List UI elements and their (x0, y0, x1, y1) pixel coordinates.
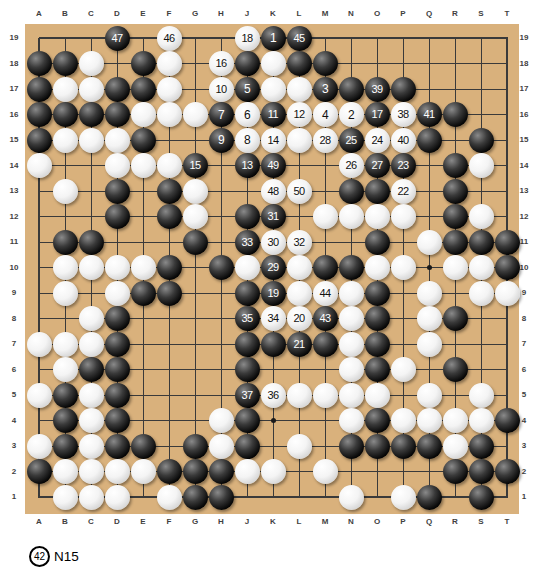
white-stone (131, 102, 156, 127)
coord-label-right: 12 (514, 212, 534, 222)
move-number: 7 (218, 109, 224, 121)
move-number: 4 (322, 109, 328, 121)
white-stone (53, 179, 78, 204)
white-stone (443, 434, 468, 459)
black-stone: 7 (209, 102, 234, 127)
black-stone (365, 281, 390, 306)
black-stone (443, 459, 468, 484)
black-stone (209, 459, 234, 484)
black-stone (183, 485, 208, 510)
black-stone (469, 128, 494, 153)
white-stone (79, 51, 104, 76)
white-stone: 22 (391, 179, 416, 204)
white-stone (417, 383, 442, 408)
black-stone (79, 230, 104, 255)
black-stone (495, 459, 520, 484)
black-stone (53, 51, 78, 76)
coord-label-top: A (29, 9, 49, 19)
coord-label-right: 1 (514, 492, 534, 502)
coord-label-bottom: B (55, 517, 75, 527)
white-stone (391, 408, 416, 433)
white-stone (79, 77, 104, 102)
white-stone (339, 383, 364, 408)
black-stone: 23 (391, 153, 416, 178)
coord-label-right: 7 (514, 339, 534, 349)
coord-label-right: 15 (514, 135, 534, 145)
white-stone: 28 (313, 128, 338, 153)
black-stone (157, 281, 182, 306)
white-stone: 46 (157, 26, 182, 51)
black-stone (495, 255, 520, 280)
move-number: 24 (371, 135, 382, 146)
white-stone (261, 51, 286, 76)
coord-label-top: N (341, 9, 361, 19)
black-stone (105, 204, 130, 229)
coord-label-left: 14 (4, 161, 24, 171)
black-stone (365, 434, 390, 459)
white-stone (79, 332, 104, 357)
black-stone (417, 434, 442, 459)
white-stone (365, 255, 390, 280)
black-stone: 33 (235, 230, 260, 255)
black-stone (131, 434, 156, 459)
black-stone: 37 (235, 383, 260, 408)
coord-label-bottom: A (29, 517, 49, 527)
white-stone: 24 (365, 128, 390, 153)
white-stone (79, 128, 104, 153)
black-stone (313, 332, 338, 357)
white-stone (417, 230, 442, 255)
white-stone (131, 459, 156, 484)
move-number: 31 (267, 211, 278, 222)
coord-label-bottom: Q (419, 517, 439, 527)
coord-label-right: 8 (514, 314, 534, 324)
white-stone (261, 77, 286, 102)
white-stone (79, 485, 104, 510)
move-number: 18 (241, 33, 252, 44)
white-stone (53, 485, 78, 510)
white-stone (365, 204, 390, 229)
move-number: 11 (268, 109, 278, 120)
black-stone: 1 (261, 26, 286, 51)
black-stone (495, 230, 520, 255)
black-stone (27, 102, 52, 127)
coord-label-bottom: G (185, 517, 205, 527)
black-stone (79, 102, 104, 127)
black-stone (469, 230, 494, 255)
move-number: 3 (322, 83, 328, 95)
move-number: 41 (423, 109, 434, 120)
black-stone (235, 357, 260, 382)
black-stone: 9 (209, 128, 234, 153)
white-stone (27, 383, 52, 408)
coord-label-top: Q (419, 9, 439, 19)
white-stone: 12 (287, 102, 312, 127)
white-stone (131, 255, 156, 280)
move-number: 32 (293, 237, 304, 248)
caption-location: N15 (54, 549, 79, 564)
coord-label-left: 4 (4, 416, 24, 426)
coord-label-bottom: L (289, 517, 309, 527)
white-stone (27, 332, 52, 357)
move-number: 15 (189, 160, 200, 171)
white-stone (79, 434, 104, 459)
coord-label-bottom: S (471, 517, 491, 527)
move-number: 22 (397, 186, 408, 197)
coord-label-top: B (55, 9, 75, 19)
move-number: 43 (319, 313, 330, 324)
white-stone (469, 255, 494, 280)
white-stone (313, 383, 338, 408)
black-stone (157, 255, 182, 280)
white-stone (417, 332, 442, 357)
white-stone (339, 281, 364, 306)
black-stone (131, 281, 156, 306)
coord-label-left: 3 (4, 441, 24, 451)
black-stone (131, 77, 156, 102)
black-stone (365, 306, 390, 331)
coord-label-right: 3 (514, 441, 534, 451)
coord-label-bottom: H (211, 517, 231, 527)
coord-label-top: C (81, 9, 101, 19)
white-stone (53, 357, 78, 382)
white-stone: 36 (261, 383, 286, 408)
white-stone (261, 459, 286, 484)
white-stone: 18 (235, 26, 260, 51)
white-stone: 44 (313, 281, 338, 306)
black-stone (469, 485, 494, 510)
coord-label-top: L (289, 9, 309, 19)
white-stone (469, 281, 494, 306)
coord-label-left: 9 (4, 288, 24, 298)
black-stone (365, 230, 390, 255)
white-stone (443, 408, 468, 433)
white-stone (183, 179, 208, 204)
black-stone: 35 (235, 306, 260, 331)
black-stone (79, 357, 104, 382)
white-stone (79, 255, 104, 280)
move-number: 5 (244, 83, 250, 95)
move-number: 23 (397, 160, 408, 171)
black-stone: 13 (235, 153, 260, 178)
black-stone (417, 485, 442, 510)
white-stone: 20 (287, 306, 312, 331)
coord-label-bottom: T (497, 517, 517, 527)
move-number: 37 (241, 390, 252, 401)
coord-label-left: 13 (4, 186, 24, 196)
black-stone (339, 77, 364, 102)
black-stone (27, 77, 52, 102)
black-stone (53, 230, 78, 255)
white-stone (235, 459, 260, 484)
move-number: 20 (293, 313, 304, 324)
white-stone (287, 281, 312, 306)
black-stone (443, 204, 468, 229)
white-stone (79, 383, 104, 408)
move-number: 48 (267, 186, 278, 197)
black-stone (235, 332, 260, 357)
black-stone (105, 306, 130, 331)
black-stone (27, 459, 52, 484)
black-stone (53, 383, 78, 408)
black-stone (339, 434, 364, 459)
white-stone: 40 (391, 128, 416, 153)
white-stone (339, 332, 364, 357)
black-stone: 17 (365, 102, 390, 127)
coord-label-top: O (367, 9, 387, 19)
white-stone (79, 306, 104, 331)
black-stone: 45 (287, 26, 312, 51)
move-number: 34 (267, 313, 278, 324)
coord-label-bottom: M (315, 517, 335, 527)
black-stone (443, 357, 468, 382)
move-number: 21 (293, 339, 304, 350)
white-stone (313, 204, 338, 229)
coord-label-right: 13 (514, 186, 534, 196)
black-stone (443, 102, 468, 127)
black-stone (209, 485, 234, 510)
white-stone (287, 128, 312, 153)
coord-label-right: 14 (514, 161, 534, 171)
white-stone (443, 255, 468, 280)
coord-label-left: 19 (4, 33, 24, 43)
white-stone (53, 128, 78, 153)
black-stone (365, 332, 390, 357)
black-stone (469, 434, 494, 459)
star-point (427, 265, 432, 270)
black-stone (209, 255, 234, 280)
white-stone: 38 (391, 102, 416, 127)
move-number: 28 (319, 135, 330, 146)
move-number: 19 (267, 288, 278, 299)
coord-label-right: 16 (514, 110, 534, 120)
white-stone (391, 204, 416, 229)
black-stone (53, 434, 78, 459)
coord-label-left: 16 (4, 110, 24, 120)
white-stone (157, 51, 182, 76)
coord-label-right: 6 (514, 365, 534, 375)
caption-white-stone-icon: 42 (29, 546, 50, 567)
white-stone (105, 459, 130, 484)
move-number: 35 (241, 313, 252, 324)
white-stone (105, 281, 130, 306)
white-stone (417, 281, 442, 306)
white-stone (53, 77, 78, 102)
coord-label-left: 2 (4, 467, 24, 477)
white-stone (339, 485, 364, 510)
white-stone (27, 153, 52, 178)
black-stone (27, 128, 52, 153)
coord-label-right: 19 (514, 33, 534, 43)
coord-label-right: 5 (514, 390, 534, 400)
black-stone (105, 332, 130, 357)
move-number: 25 (345, 135, 356, 146)
white-stone (209, 408, 234, 433)
black-stone (131, 128, 156, 153)
black-stone: 31 (261, 204, 286, 229)
white-stone (157, 153, 182, 178)
move-number: 26 (345, 160, 356, 171)
white-stone (339, 204, 364, 229)
go-diagram: 42 N15 AA1919BB1818CC1717DD1616EE1515FF1… (0, 0, 540, 578)
black-stone: 11 (261, 102, 286, 127)
white-stone (183, 102, 208, 127)
white-stone (469, 153, 494, 178)
white-stone (287, 255, 312, 280)
black-stone (157, 459, 182, 484)
black-stone (105, 102, 130, 127)
coord-label-right: 18 (514, 59, 534, 69)
move-number: 10 (215, 84, 226, 95)
white-stone (79, 459, 104, 484)
coord-label-bottom: P (393, 517, 413, 527)
white-stone (287, 383, 312, 408)
white-stone (105, 255, 130, 280)
white-stone: 14 (261, 128, 286, 153)
black-stone (105, 383, 130, 408)
coord-label-top: J (237, 9, 257, 19)
black-stone: 39 (365, 77, 390, 102)
coord-label-top: R (445, 9, 465, 19)
white-stone (469, 408, 494, 433)
black-stone (105, 434, 130, 459)
white-stone (339, 357, 364, 382)
move-number: 46 (163, 33, 174, 44)
move-number: 40 (397, 135, 408, 146)
move-number: 38 (397, 109, 408, 120)
move-number: 2 (348, 109, 354, 121)
coord-label-left: 7 (4, 339, 24, 349)
coord-label-bottom: K (263, 517, 283, 527)
white-stone (53, 281, 78, 306)
white-stone (339, 408, 364, 433)
coord-label-top: S (471, 9, 491, 19)
white-stone (105, 128, 130, 153)
move-number: 47 (111, 33, 122, 44)
black-stone (157, 179, 182, 204)
black-stone (235, 281, 260, 306)
white-stone (157, 485, 182, 510)
coord-label-top: E (133, 9, 153, 19)
coord-label-bottom: E (133, 517, 153, 527)
coord-label-left: 18 (4, 59, 24, 69)
white-stone (27, 434, 52, 459)
coord-label-left: 1 (4, 492, 24, 502)
white-stone (391, 357, 416, 382)
black-stone (365, 179, 390, 204)
coord-label-left: 5 (4, 390, 24, 400)
black-stone (53, 102, 78, 127)
black-stone: 21 (287, 332, 312, 357)
coord-label-bottom: R (445, 517, 465, 527)
black-stone (183, 230, 208, 255)
coord-label-bottom: J (237, 517, 257, 527)
black-stone (183, 434, 208, 459)
black-stone (339, 179, 364, 204)
caption-move-number: 42 (34, 551, 45, 562)
coord-label-bottom: D (107, 517, 127, 527)
coord-label-top: P (393, 9, 413, 19)
move-number: 49 (267, 160, 278, 171)
move-number: 6 (244, 109, 250, 121)
coord-label-left: 6 (4, 365, 24, 375)
black-stone (261, 332, 286, 357)
black-stone (365, 357, 390, 382)
white-stone (391, 255, 416, 280)
black-stone (443, 153, 468, 178)
white-stone (495, 281, 520, 306)
black-stone: 41 (417, 102, 442, 127)
white-stone: 16 (209, 51, 234, 76)
white-stone (79, 408, 104, 433)
move-number: 13 (241, 160, 252, 171)
black-stone (157, 204, 182, 229)
black-stone (339, 255, 364, 280)
black-stone (443, 306, 468, 331)
black-stone (495, 408, 520, 433)
black-stone: 3 (313, 77, 338, 102)
black-stone: 29 (261, 255, 286, 280)
move-number: 16 (215, 58, 226, 69)
move-number: 14 (267, 135, 278, 146)
move-number: 9 (218, 134, 224, 146)
white-stone: 6 (235, 102, 260, 127)
black-stone (313, 51, 338, 76)
black-stone: 43 (313, 306, 338, 331)
black-stone (235, 204, 260, 229)
black-stone: 47 (105, 26, 130, 51)
white-stone (417, 306, 442, 331)
coord-label-top: F (159, 9, 179, 19)
coord-label-top: H (211, 9, 231, 19)
white-stone: 48 (261, 179, 286, 204)
white-stone (209, 434, 234, 459)
white-stone: 2 (339, 102, 364, 127)
coord-label-top: K (263, 9, 283, 19)
white-stone (53, 255, 78, 280)
move-number: 44 (319, 288, 330, 299)
black-stone (365, 408, 390, 433)
white-stone (131, 153, 156, 178)
black-stone (443, 230, 468, 255)
white-stone (157, 102, 182, 127)
white-stone: 32 (287, 230, 312, 255)
white-stone: 34 (261, 306, 286, 331)
black-stone (287, 51, 312, 76)
black-stone (391, 434, 416, 459)
coord-label-top: D (107, 9, 127, 19)
move-number: 12 (293, 109, 304, 120)
black-stone (313, 255, 338, 280)
black-stone (131, 51, 156, 76)
white-stone (365, 383, 390, 408)
white-stone (287, 77, 312, 102)
white-stone (183, 204, 208, 229)
black-stone (443, 179, 468, 204)
black-stone (469, 459, 494, 484)
move-number: 27 (371, 160, 382, 171)
white-stone (287, 434, 312, 459)
black-stone (105, 77, 130, 102)
coord-label-top: M (315, 9, 335, 19)
move-number: 17 (371, 109, 382, 120)
white-stone (313, 459, 338, 484)
white-stone (53, 459, 78, 484)
white-stone (469, 204, 494, 229)
white-stone (157, 77, 182, 102)
coord-label-top: G (185, 9, 205, 19)
move-number: 39 (371, 84, 382, 95)
